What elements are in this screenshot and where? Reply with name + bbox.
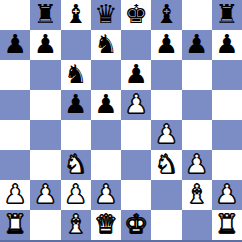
square-b7[interactable]: ♟ [30,30,60,60]
square-f2[interactable] [151,180,181,210]
piece-black-knight[interactable]: ♞ [64,61,87,87]
square-f7[interactable]: ♟ [151,30,181,60]
piece-black-pawn[interactable]: ♟ [155,31,178,57]
square-f1[interactable] [151,210,181,240]
square-e7[interactable] [121,30,151,60]
piece-white-queen[interactable]: ♛ [94,211,117,237]
square-d3[interactable] [91,150,121,180]
piece-black-bishop[interactable]: ♝ [155,1,178,27]
square-h3[interactable] [212,150,242,180]
piece-black-rook[interactable]: ♜ [215,1,238,27]
square-c1[interactable]: ♝ [61,210,91,240]
square-b5[interactable] [30,90,60,120]
square-g5[interactable] [182,90,212,120]
square-a2[interactable]: ♟ [0,180,30,210]
square-e5[interactable]: ♟ [121,90,151,120]
square-h8[interactable]: ♜ [212,0,242,30]
square-h6[interactable] [212,60,242,90]
square-b2[interactable]: ♟ [30,180,60,210]
square-g7[interactable]: ♟ [182,30,212,60]
square-b8[interactable]: ♜ [30,0,60,30]
piece-black-pawn[interactable]: ♟ [64,91,87,117]
square-d4[interactable] [91,120,121,150]
square-c2[interactable]: ♟ [61,180,91,210]
square-b6[interactable] [30,60,60,90]
square-b4[interactable] [30,120,60,150]
square-h7[interactable]: ♟ [212,30,242,60]
square-a3[interactable] [0,150,30,180]
piece-white-bishop[interactable]: ♝ [185,181,208,207]
piece-white-bishop[interactable]: ♝ [64,211,87,237]
square-d6[interactable] [91,60,121,90]
square-a1[interactable]: ♜ [0,210,30,240]
square-f3[interactable]: ♞ [151,150,181,180]
square-g4[interactable] [182,120,212,150]
square-e6[interactable]: ♟ [121,60,151,90]
square-h1[interactable]: ♜ [212,210,242,240]
square-d2[interactable]: ♟ [91,180,121,210]
square-e3[interactable] [121,150,151,180]
piece-white-rook[interactable]: ♜ [3,211,26,237]
piece-white-pawn[interactable]: ♟ [155,121,178,147]
piece-black-rook[interactable]: ♜ [34,1,57,27]
piece-white-pawn[interactable]: ♟ [94,181,117,207]
piece-black-pawn[interactable]: ♟ [94,91,117,117]
square-b3[interactable] [30,150,60,180]
square-f4[interactable]: ♟ [151,120,181,150]
square-e1[interactable]: ♚ [121,210,151,240]
square-a4[interactable] [0,120,30,150]
square-d8[interactable]: ♛ [91,0,121,30]
piece-black-bishop[interactable]: ♝ [64,1,87,27]
square-g6[interactable] [182,60,212,90]
piece-black-pawn[interactable]: ♟ [3,31,26,57]
piece-white-knight[interactable]: ♞ [64,151,87,177]
square-f5[interactable] [151,90,181,120]
square-c6[interactable]: ♞ [61,60,91,90]
square-g3[interactable]: ♟ [182,150,212,180]
piece-white-pawn[interactable]: ♟ [3,181,26,207]
piece-white-rook[interactable]: ♜ [215,211,238,237]
piece-black-pawn[interactable]: ♟ [185,31,208,57]
square-g1[interactable] [182,210,212,240]
square-a5[interactable] [0,90,30,120]
square-d7[interactable]: ♞ [91,30,121,60]
piece-black-pawn[interactable]: ♟ [124,61,147,87]
square-g2[interactable]: ♝ [182,180,212,210]
piece-black-knight[interactable]: ♞ [94,31,117,57]
square-c7[interactable] [61,30,91,60]
square-h5[interactable] [212,90,242,120]
square-e2[interactable] [121,180,151,210]
piece-white-pawn[interactable]: ♟ [64,181,87,207]
piece-white-king[interactable]: ♚ [124,211,147,237]
square-c8[interactable]: ♝ [61,0,91,30]
square-a8[interactable] [0,0,30,30]
square-e8[interactable]: ♚ [121,0,151,30]
piece-white-pawn[interactable]: ♟ [215,181,238,207]
square-h2[interactable]: ♟ [212,180,242,210]
square-f8[interactable]: ♝ [151,0,181,30]
square-c3[interactable]: ♞ [61,150,91,180]
piece-black-king[interactable]: ♚ [124,1,147,27]
piece-white-pawn[interactable]: ♟ [124,91,147,117]
square-c5[interactable]: ♟ [61,90,91,120]
square-a7[interactable]: ♟ [0,30,30,60]
piece-white-pawn[interactable]: ♟ [185,151,208,177]
piece-black-pawn[interactable]: ♟ [215,31,238,57]
square-b1[interactable] [30,210,60,240]
square-e4[interactable] [121,120,151,150]
square-d5[interactable]: ♟ [91,90,121,120]
chess-board-window: ♜♝♛♚♝♜♟♟♞♟♟♟♞♟♟♟♟♟♞♞♟♟♟♟♟♝♟♜♝♛♚♜ [0,0,242,242]
piece-black-queen[interactable]: ♛ [94,1,117,27]
square-d1[interactable]: ♛ [91,210,121,240]
square-f6[interactable] [151,60,181,90]
piece-white-pawn[interactable]: ♟ [34,181,57,207]
square-h4[interactable] [212,120,242,150]
chess-board: ♜♝♛♚♝♜♟♟♞♟♟♟♞♟♟♟♟♟♞♞♟♟♟♟♟♝♟♜♝♛♚♜ [0,0,242,242]
square-g8[interactable] [182,0,212,30]
square-a6[interactable] [0,60,30,90]
square-c4[interactable] [61,120,91,150]
piece-white-knight[interactable]: ♞ [155,151,178,177]
piece-black-pawn[interactable]: ♟ [34,31,57,57]
